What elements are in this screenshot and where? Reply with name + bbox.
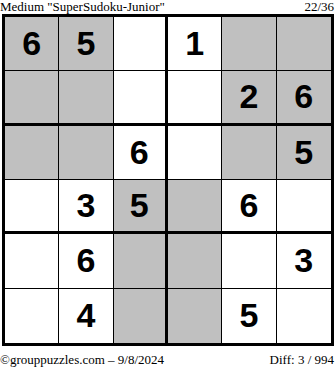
empty-cell-counter: 22/36 — [304, 0, 334, 13]
cell-r6c2[interactable]: 4 — [59, 289, 113, 343]
cell-r4c6[interactable] — [277, 180, 331, 234]
footer-bar: ©grouppuzzles.com – 9/8/2024 Diff: 3 / 9… — [0, 353, 334, 367]
cell-r6c1[interactable] — [5, 289, 59, 343]
cell-r5c2[interactable]: 6 — [59, 234, 113, 288]
cell-r3c2[interactable] — [59, 126, 113, 180]
cell-r4c1[interactable] — [5, 180, 59, 234]
cell-r4c4[interactable] — [168, 180, 222, 234]
cell-r6c6[interactable] — [277, 289, 331, 343]
cell-r1c4[interactable]: 1 — [168, 17, 222, 71]
cell-r3c3[interactable]: 6 — [114, 126, 168, 180]
sudoku-grid: 65126653566345 — [2, 14, 334, 346]
cell-r3c1[interactable] — [5, 126, 59, 180]
cell-r5c1[interactable] — [5, 234, 59, 288]
puzzle-title: Medium "SuperSudoku-Junior" — [0, 0, 165, 13]
cell-r2c4[interactable] — [168, 71, 222, 125]
cell-r6c4[interactable] — [168, 289, 222, 343]
cell-r2c1[interactable] — [5, 71, 59, 125]
header-bar: Medium "SuperSudoku-Junior" 22/36 — [0, 0, 334, 14]
cell-r4c3[interactable]: 5 — [114, 180, 168, 234]
cell-r2c2[interactable] — [59, 71, 113, 125]
cell-r3c4[interactable] — [168, 126, 222, 180]
copyright-text: ©grouppuzzles.com – 9/8/2024 — [0, 353, 164, 367]
cell-r5c5[interactable] — [222, 234, 276, 288]
puzzle-page: Medium "SuperSudoku-Junior" 22/36 651266… — [0, 0, 336, 370]
cell-r1c1[interactable]: 6 — [5, 17, 59, 71]
cell-r2c6[interactable]: 6 — [277, 71, 331, 125]
cell-r1c5[interactable] — [222, 17, 276, 71]
cell-r6c3[interactable] — [114, 289, 168, 343]
cell-r5c3[interactable] — [114, 234, 168, 288]
cell-r3c6[interactable]: 5 — [277, 126, 331, 180]
cell-r2c5[interactable]: 2 — [222, 71, 276, 125]
cell-r5c4[interactable] — [168, 234, 222, 288]
cell-r6c5[interactable]: 5 — [222, 289, 276, 343]
cell-r2c3[interactable] — [114, 71, 168, 125]
cell-r3c5[interactable] — [222, 126, 276, 180]
cell-r1c6[interactable] — [277, 17, 331, 71]
cell-r4c5[interactable]: 6 — [222, 180, 276, 234]
cell-r4c2[interactable]: 3 — [59, 180, 113, 234]
cell-r5c6[interactable]: 3 — [277, 234, 331, 288]
cell-r1c2[interactable]: 5 — [59, 17, 113, 71]
difficulty-text: Diff: 3 / 994 — [270, 353, 334, 367]
cell-r1c3[interactable] — [114, 17, 168, 71]
